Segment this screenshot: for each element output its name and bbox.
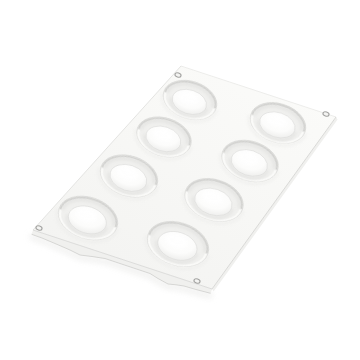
silicone-mold-photo <box>0 0 360 360</box>
product-photo-stage <box>0 0 360 360</box>
